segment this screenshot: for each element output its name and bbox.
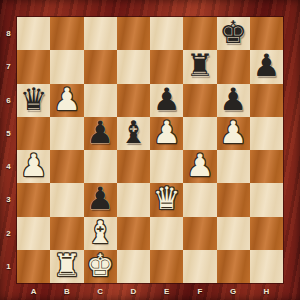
square-f5[interactable] <box>183 117 216 150</box>
piece-white-pawn-e5[interactable]: ♟ <box>153 116 181 149</box>
square-a3[interactable] <box>17 183 50 216</box>
rank-label-2: 2 <box>0 217 17 250</box>
square-c4[interactable] <box>84 150 117 183</box>
square-b2[interactable] <box>50 217 83 250</box>
square-d5[interactable]: ♝ <box>117 117 150 150</box>
piece-black-king-g8[interactable]: ♚ <box>219 16 247 49</box>
square-d4[interactable] <box>117 150 150 183</box>
file-label-e: E <box>150 283 183 300</box>
square-c6[interactable] <box>84 84 117 117</box>
square-a6[interactable]: ♛ <box>17 84 50 117</box>
rank-label-1: 1 <box>0 250 17 283</box>
square-b1[interactable]: ♜ <box>50 250 83 283</box>
piece-black-pawn-c5[interactable]: ♟ <box>86 116 114 149</box>
square-h2[interactable] <box>250 217 283 250</box>
square-f4[interactable]: ♟ <box>183 150 216 183</box>
rank-label-4: 4 <box>0 150 17 183</box>
square-b7[interactable] <box>50 50 83 83</box>
piece-white-rook-b1[interactable]: ♜ <box>53 249 81 282</box>
square-h1[interactable] <box>250 250 283 283</box>
piece-white-pawn-g5[interactable]: ♟ <box>219 116 247 149</box>
file-label-b: B <box>50 283 83 300</box>
file-label-d: D <box>117 283 150 300</box>
file-labels: ABCDEFGH <box>17 283 283 300</box>
square-c3[interactable]: ♟ <box>84 183 117 216</box>
chessboard: ♚♜♟♛♟♟♟♟♝♟♟♟♟♟♛♝♜♚ 87654321 ABCDEFGH <box>0 0 300 300</box>
square-a8[interactable] <box>17 17 50 50</box>
square-d7[interactable] <box>117 50 150 83</box>
rank-label-8: 8 <box>0 17 17 50</box>
rank-label-7: 7 <box>0 50 17 83</box>
square-c5[interactable]: ♟ <box>84 117 117 150</box>
square-g5[interactable]: ♟ <box>217 117 250 150</box>
square-d2[interactable] <box>117 217 150 250</box>
piece-black-pawn-e6[interactable]: ♟ <box>153 83 181 116</box>
square-e3[interactable]: ♛ <box>150 183 183 216</box>
rank-label-5: 5 <box>0 117 17 150</box>
piece-black-pawn-g6[interactable]: ♟ <box>219 83 247 116</box>
square-h6[interactable] <box>250 84 283 117</box>
square-e6[interactable]: ♟ <box>150 84 183 117</box>
square-g8[interactable]: ♚ <box>217 17 250 50</box>
square-f3[interactable] <box>183 183 216 216</box>
square-c1[interactable]: ♚ <box>84 250 117 283</box>
square-g3[interactable] <box>217 183 250 216</box>
square-g6[interactable]: ♟ <box>217 84 250 117</box>
square-a7[interactable] <box>17 50 50 83</box>
square-a2[interactable] <box>17 217 50 250</box>
square-b6[interactable]: ♟ <box>50 84 83 117</box>
file-label-a: A <box>17 283 50 300</box>
file-label-f: F <box>183 283 216 300</box>
square-b3[interactable] <box>50 183 83 216</box>
square-b8[interactable] <box>50 17 83 50</box>
square-e1[interactable] <box>150 250 183 283</box>
square-d3[interactable] <box>117 183 150 216</box>
file-label-c: C <box>84 283 117 300</box>
square-h3[interactable] <box>250 183 283 216</box>
piece-white-pawn-b6[interactable]: ♟ <box>53 83 81 116</box>
square-b4[interactable] <box>50 150 83 183</box>
square-b5[interactable] <box>50 117 83 150</box>
square-d8[interactable] <box>117 17 150 50</box>
piece-white-pawn-f4[interactable]: ♟ <box>186 149 214 182</box>
square-c2[interactable]: ♝ <box>84 217 117 250</box>
square-g1[interactable] <box>217 250 250 283</box>
square-c7[interactable] <box>84 50 117 83</box>
square-f1[interactable] <box>183 250 216 283</box>
square-h7[interactable]: ♟ <box>250 50 283 83</box>
square-h5[interactable] <box>250 117 283 150</box>
piece-white-pawn-a4[interactable]: ♟ <box>20 149 48 182</box>
piece-black-bishop-d5[interactable]: ♝ <box>119 116 147 149</box>
square-d6[interactable] <box>117 84 150 117</box>
square-e8[interactable] <box>150 17 183 50</box>
square-f7[interactable]: ♜ <box>183 50 216 83</box>
square-g4[interactable] <box>217 150 250 183</box>
square-a1[interactable] <box>17 250 50 283</box>
rank-label-6: 6 <box>0 84 17 117</box>
square-g7[interactable] <box>217 50 250 83</box>
file-label-g: G <box>217 283 250 300</box>
piece-black-pawn-h7[interactable]: ♟ <box>252 49 280 82</box>
square-f6[interactable] <box>183 84 216 117</box>
board-squares: ♚♜♟♛♟♟♟♟♝♟♟♟♟♟♛♝♜♚ <box>17 17 283 283</box>
piece-black-pawn-c3[interactable]: ♟ <box>86 182 114 215</box>
rank-labels: 87654321 <box>0 17 17 283</box>
square-h8[interactable] <box>250 17 283 50</box>
square-a4[interactable]: ♟ <box>17 150 50 183</box>
square-f2[interactable] <box>183 217 216 250</box>
piece-white-queen-e3[interactable]: ♛ <box>153 182 181 215</box>
square-e7[interactable] <box>150 50 183 83</box>
square-c8[interactable] <box>84 17 117 50</box>
piece-white-bishop-c2[interactable]: ♝ <box>86 216 114 249</box>
square-a5[interactable] <box>17 117 50 150</box>
file-label-h: H <box>250 283 283 300</box>
square-e4[interactable] <box>150 150 183 183</box>
piece-white-king-c1[interactable]: ♚ <box>86 249 114 282</box>
piece-black-queen-a6[interactable]: ♛ <box>20 83 48 116</box>
square-e5[interactable]: ♟ <box>150 117 183 150</box>
square-d1[interactable] <box>117 250 150 283</box>
piece-black-rook-f7[interactable]: ♜ <box>186 49 214 82</box>
square-g2[interactable] <box>217 217 250 250</box>
square-f8[interactable] <box>183 17 216 50</box>
rank-label-3: 3 <box>0 183 17 216</box>
square-h4[interactable] <box>250 150 283 183</box>
square-e2[interactable] <box>150 217 183 250</box>
